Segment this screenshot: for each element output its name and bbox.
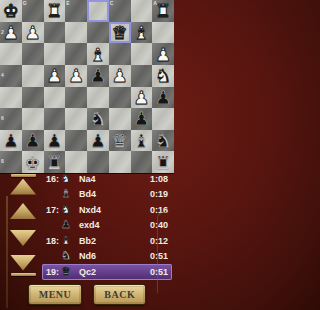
- square-a1[interactable]: A♜: [152, 0, 174, 22]
- piece-white-pawn: ♟: [25, 22, 41, 43]
- move-number: 18:: [42, 236, 59, 246]
- move-time: 1:08: [150, 174, 168, 184]
- square-h6[interactable]: 6: [0, 108, 22, 130]
- move-time: 0:16: [150, 205, 168, 215]
- move-row: 18:♝Bb20:12: [42, 233, 172, 249]
- square-e7[interactable]: [65, 130, 87, 152]
- piece-black-pawn: ♟: [90, 130, 106, 151]
- square-c4[interactable]: ♟: [109, 65, 131, 87]
- move-san: Na4: [79, 174, 150, 184]
- piece-black-knight: ♞: [90, 108, 106, 129]
- white-knight-icon: ♞: [59, 203, 73, 217]
- move-san: Nxd4: [79, 205, 150, 215]
- square-e3[interactable]: [65, 43, 87, 65]
- piece-black-knight: ♞: [155, 130, 171, 151]
- square-f6[interactable]: [44, 108, 66, 130]
- square-f8[interactable]: ♜: [44, 151, 66, 173]
- footer-bar: MENU BACK: [0, 284, 174, 305]
- square-h2[interactable]: 2♟: [0, 22, 22, 44]
- square-g7[interactable]: ♟: [22, 130, 44, 152]
- square-b2[interactable]: ♝: [131, 22, 153, 44]
- last-move-bar-icon: [11, 273, 36, 276]
- file-label: A: [153, 0, 157, 6]
- square-e6[interactable]: [65, 108, 87, 130]
- piece-white-rook: ♜: [46, 0, 62, 21]
- square-d2[interactable]: [87, 22, 109, 44]
- back-button[interactable]: BACK: [93, 284, 146, 305]
- down-arrow-icon: [10, 230, 36, 246]
- move-time: 0:40: [150, 220, 168, 230]
- move-san: Nd6: [79, 251, 150, 261]
- square-d4[interactable]: ♟: [87, 65, 109, 87]
- piece-white-pawn: ♟: [112, 65, 128, 86]
- square-h4[interactable]: 4: [0, 65, 22, 87]
- square-b1[interactable]: [131, 0, 153, 22]
- up-arrow-icon: [10, 179, 36, 195]
- square-e8[interactable]: [65, 151, 87, 173]
- rank-label: 4: [1, 72, 4, 78]
- square-b8[interactable]: [131, 151, 153, 173]
- square-g8[interactable]: ♚: [22, 151, 44, 173]
- square-c7[interactable]: ♛: [109, 130, 131, 152]
- piece-white-pawn: ♟: [46, 65, 62, 86]
- move-san: Bd4: [79, 189, 150, 199]
- square-c1[interactable]: C: [109, 0, 131, 22]
- square-a8[interactable]: ♜: [152, 151, 174, 173]
- move-san: exd4: [79, 220, 150, 230]
- piece-black-rook: ♜: [155, 152, 171, 173]
- piece-white-bishop: ♝: [90, 44, 106, 65]
- square-a5[interactable]: ♟: [152, 87, 174, 109]
- piece-black-pawn: ♟: [46, 130, 62, 151]
- square-b5[interactable]: ♟: [131, 87, 153, 109]
- white-bishop-icon: ♝: [59, 234, 73, 248]
- square-g1[interactable]: G: [22, 0, 44, 22]
- square-a2[interactable]: [152, 22, 174, 44]
- move-time: 0:51: [150, 267, 168, 277]
- square-e2[interactable]: [65, 22, 87, 44]
- square-g6[interactable]: [22, 108, 44, 130]
- move-navigation: [6, 172, 40, 277]
- rank-label: 2: [1, 29, 4, 35]
- square-h1[interactable]: ♚: [0, 0, 22, 22]
- square-e5[interactable]: [65, 87, 87, 109]
- step-forward-button[interactable]: [6, 226, 40, 250]
- square-b4[interactable]: [131, 65, 153, 87]
- square-d3[interactable]: ♝: [87, 43, 109, 65]
- move-number: 17:: [42, 205, 59, 215]
- piece-white-knight: ♞: [155, 65, 171, 86]
- square-h3[interactable]: [0, 43, 22, 65]
- piece-black-rook: ♜: [46, 152, 62, 173]
- piece-black-pawn: ♟: [25, 130, 41, 151]
- square-h7[interactable]: ♟: [0, 130, 22, 152]
- black-knight-icon: ♞: [59, 249, 73, 263]
- square-d1[interactable]: [87, 0, 109, 22]
- black-pawn-icon: ♟: [59, 218, 73, 232]
- square-a4[interactable]: ♞: [152, 65, 174, 87]
- move-time: 0:51: [150, 251, 168, 261]
- move-san: Qc2: [79, 267, 150, 277]
- square-b3[interactable]: [131, 43, 153, 65]
- square-f4[interactable]: ♟: [44, 65, 66, 87]
- square-g5[interactable]: [22, 87, 44, 109]
- piece-black-bishop: ♝: [133, 130, 149, 151]
- piece-white-queen: ♛: [112, 22, 128, 43]
- move-row: 16:♞Na41:08: [42, 171, 172, 187]
- step-back-button[interactable]: [6, 199, 40, 223]
- down-arrow-icon: [10, 255, 36, 271]
- square-d8[interactable]: [87, 151, 109, 173]
- white-knight-icon: ♞: [59, 172, 73, 186]
- piece-black-pawn: ♟: [3, 130, 19, 151]
- move-row: ♟exd40:40: [42, 218, 172, 234]
- square-c3[interactable]: [109, 43, 131, 65]
- square-b6[interactable]: ♟: [131, 108, 153, 130]
- square-f5[interactable]: [44, 87, 66, 109]
- white-queen-icon: ♛: [59, 265, 73, 279]
- piece-white-pawn: ♟: [155, 44, 171, 65]
- file-label: E: [66, 0, 69, 6]
- go-last-button[interactable]: [6, 253, 40, 277]
- square-g4[interactable]: [22, 65, 44, 87]
- move-number: 16:: [42, 174, 59, 184]
- rank-label: 8: [1, 158, 4, 164]
- square-d6[interactable]: ♞: [87, 108, 109, 130]
- file-label: C: [110, 0, 114, 6]
- square-e4[interactable]: ♟: [65, 65, 87, 87]
- move-row: ♞Nd60:51: [42, 249, 172, 265]
- square-a6[interactable]: [152, 108, 174, 130]
- square-g2[interactable]: ♟: [22, 22, 44, 44]
- move-row: ♝Bd40:19: [42, 187, 172, 203]
- square-c8[interactable]: [109, 151, 131, 173]
- square-h8[interactable]: 8: [0, 151, 22, 173]
- square-g3[interactable]: [22, 43, 44, 65]
- piece-black-pawn: ♟: [90, 65, 106, 86]
- square-f1[interactable]: ♜: [44, 0, 66, 22]
- square-a3[interactable]: ♟: [152, 43, 174, 65]
- square-d7[interactable]: ♟: [87, 130, 109, 152]
- piece-black-pawn: ♟: [133, 108, 149, 129]
- square-c6[interactable]: [109, 108, 131, 130]
- square-f7[interactable]: ♟: [44, 130, 66, 152]
- piece-white-bishop: ♝: [133, 22, 149, 43]
- move-row: 19:♛Qc20:51: [42, 264, 172, 280]
- square-c5[interactable]: [109, 87, 131, 109]
- menu-button[interactable]: MENU: [28, 284, 83, 305]
- piece-white-pawn: ♟: [3, 22, 19, 43]
- piece-white-king: ♚: [3, 0, 19, 21]
- square-f2[interactable]: [44, 22, 66, 44]
- up-arrow-icon: [10, 203, 36, 219]
- move-row: 17:♞Nxd40:16: [42, 202, 172, 218]
- chess-board: ♚G♜ECA♜2♟♟♛♝♝♟4♟♟♟♟♞♟♟6♞♟♟♟♟♟♛♝♞8♚♜♜: [0, 0, 174, 174]
- move-san: Bb2: [79, 236, 150, 246]
- piece-white-rook: ♜: [155, 0, 171, 21]
- go-first-button[interactable]: [6, 172, 40, 196]
- move-list[interactable]: 16:♞Na41:08♝Bd40:1917:♞Nxd40:16♟exd40:40…: [42, 171, 172, 280]
- piece-black-king: ♚: [25, 152, 41, 173]
- piece-black-pawn: ♟: [155, 87, 171, 108]
- square-f3[interactable]: [44, 43, 66, 65]
- first-move-bar-icon: [11, 174, 36, 177]
- black-bishop-icon: ♝: [59, 187, 73, 201]
- move-time: 0:12: [150, 236, 168, 246]
- square-h5[interactable]: [0, 87, 22, 109]
- square-e1[interactable]: E: [65, 0, 87, 22]
- piece-black-queen: ♛: [112, 130, 128, 151]
- piece-white-pawn: ♟: [133, 87, 149, 108]
- move-number: 19:: [42, 267, 59, 277]
- square-a7[interactable]: ♞: [152, 130, 174, 152]
- square-c2[interactable]: ♛: [109, 22, 131, 44]
- move-time: 0:19: [150, 189, 168, 199]
- piece-white-pawn: ♟: [68, 65, 84, 86]
- rank-label: 6: [1, 115, 4, 121]
- file-label: G: [23, 0, 27, 6]
- square-d5[interactable]: [87, 87, 109, 109]
- square-b7[interactable]: ♝: [131, 130, 153, 152]
